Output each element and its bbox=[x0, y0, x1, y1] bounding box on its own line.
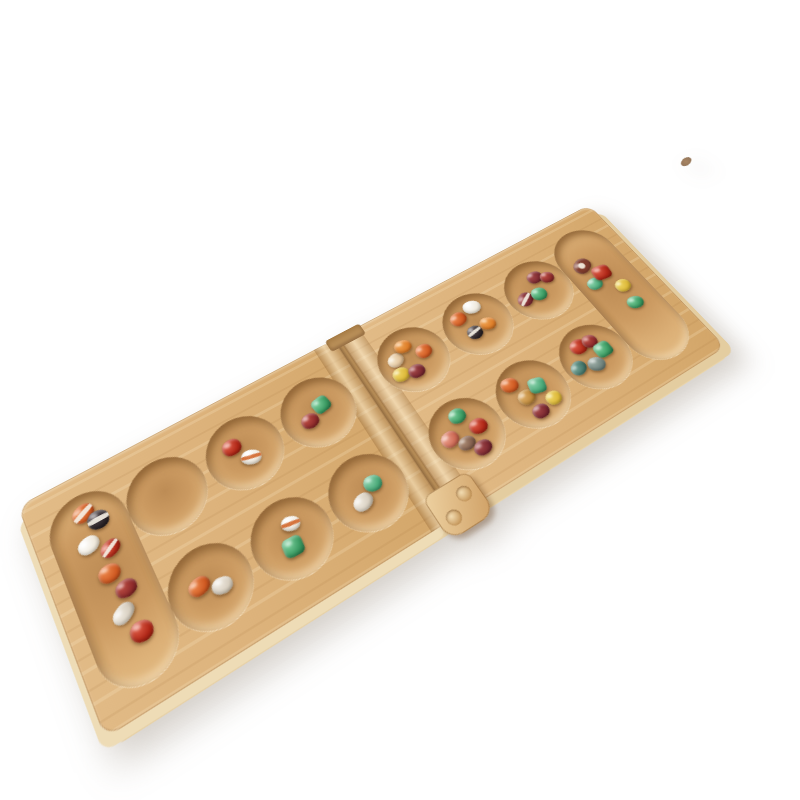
stone-ring bbox=[570, 256, 594, 277]
product-photo-scene bbox=[0, 0, 800, 800]
stone-green bbox=[445, 406, 469, 427]
stone-carnelian bbox=[412, 342, 435, 362]
stone-red bbox=[466, 416, 491, 437]
stone-green bbox=[624, 295, 646, 311]
stone-carnelian bbox=[185, 572, 214, 601]
stone-band bbox=[241, 451, 262, 462]
stone-white bbox=[241, 448, 262, 465]
stone-green bbox=[280, 533, 307, 560]
stone-band bbox=[280, 517, 301, 530]
stone-graywhite bbox=[210, 573, 235, 597]
stone-red bbox=[97, 535, 124, 562]
mancala-board bbox=[18, 205, 726, 739]
stone-red bbox=[128, 616, 155, 646]
stone-darkred bbox=[538, 271, 556, 284]
stone-graywhite bbox=[350, 489, 377, 515]
stone-white bbox=[75, 532, 103, 560]
stone-yellow bbox=[612, 277, 634, 294]
stone-band bbox=[101, 536, 121, 561]
wood-knot bbox=[679, 156, 694, 168]
stone-white bbox=[280, 514, 301, 533]
stone-teal bbox=[567, 358, 589, 378]
hinge-pin-icon bbox=[453, 483, 475, 504]
hinge-pin-icon bbox=[443, 507, 465, 529]
stone-carnelian bbox=[498, 376, 522, 395]
